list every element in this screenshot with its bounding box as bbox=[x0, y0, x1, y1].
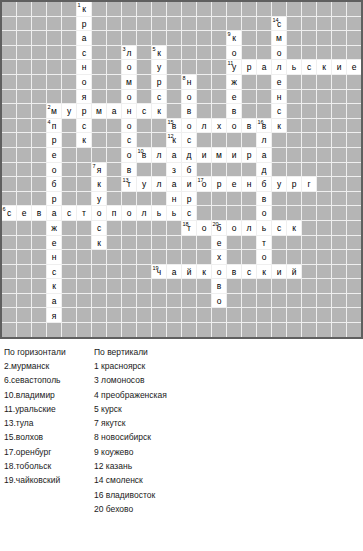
cell-letter: н bbox=[47, 251, 61, 264]
grid-cell[interactable]: к bbox=[77, 133, 91, 147]
grid-cell[interactable]: р bbox=[77, 17, 91, 31]
grid-cell[interactable]: а bbox=[167, 148, 181, 162]
grid-cell[interactable]: л bbox=[152, 148, 166, 162]
grid-cell[interactable]: е bbox=[272, 75, 286, 89]
blocked-cell bbox=[2, 265, 16, 279]
grid-cell[interactable]: р bbox=[77, 104, 91, 118]
grid-cell[interactable]: о bbox=[122, 60, 136, 74]
grid-cell[interactable]: а bbox=[167, 265, 181, 279]
blocked-cell bbox=[182, 308, 196, 322]
cell-letter: р bbox=[212, 178, 226, 191]
blocked-cell bbox=[332, 46, 346, 60]
cell-letter: а bbox=[47, 207, 61, 220]
grid-cell[interactable]: е bbox=[347, 60, 361, 74]
blocked-cell bbox=[242, 206, 256, 220]
grid-cell[interactable]: 8н bbox=[182, 75, 196, 89]
blocked-cell bbox=[62, 46, 76, 60]
blocked-cell bbox=[272, 148, 286, 162]
grid-cell[interactable]: м bbox=[272, 31, 286, 45]
blocked-cell bbox=[242, 46, 256, 60]
blocked-cell bbox=[287, 90, 301, 104]
grid-cell[interactable]: в bbox=[257, 192, 271, 206]
grid-cell[interactable]: с bbox=[272, 104, 286, 118]
grid-cell[interactable]: в bbox=[242, 119, 256, 133]
grid-cell[interactable]: о bbox=[272, 46, 286, 60]
blocked-cell bbox=[347, 192, 361, 206]
grid-cell[interactable]: т bbox=[257, 236, 271, 250]
cell-letter: ч bbox=[152, 266, 166, 279]
cell-letter: а bbox=[107, 105, 121, 118]
grid-cell[interactable]: р bbox=[212, 177, 226, 191]
grid-cell[interactable]: с bbox=[272, 221, 286, 235]
grid-cell[interactable]: 19ч bbox=[152, 265, 166, 279]
blocked-cell bbox=[287, 17, 301, 31]
grid-cell[interactable]: а bbox=[47, 206, 61, 220]
blocked-cell bbox=[332, 279, 346, 293]
grid-cell[interactable]: р bbox=[47, 133, 61, 147]
clue-item: 20 бехово bbox=[94, 502, 214, 516]
grid-cell[interactable]: и bbox=[227, 148, 241, 162]
grid-cell[interactable]: р bbox=[47, 192, 61, 206]
grid-cell[interactable]: й bbox=[182, 265, 196, 279]
blocked-cell bbox=[347, 308, 361, 322]
blocked-cell bbox=[182, 17, 196, 31]
grid-cell[interactable]: ь bbox=[257, 221, 271, 235]
grid-cell[interactable]: 4п bbox=[47, 119, 61, 133]
blocked-cell bbox=[62, 177, 76, 191]
blocked-cell bbox=[332, 148, 346, 162]
cell-letter: к bbox=[167, 134, 181, 147]
cell-letter: о bbox=[122, 61, 136, 74]
cell-letter: я bbox=[47, 309, 61, 322]
grid-cell[interactable]: 2м bbox=[47, 104, 61, 118]
cell-letter: о bbox=[197, 222, 211, 235]
blocked-cell bbox=[107, 17, 121, 31]
grid-cell[interactable]: о bbox=[122, 206, 136, 220]
blocked-cell bbox=[17, 148, 31, 162]
grid-cell[interactable]: е bbox=[227, 90, 241, 104]
cell-letter: о bbox=[257, 251, 271, 264]
cell-letter: х bbox=[212, 251, 226, 264]
cell-letter: у bbox=[62, 105, 76, 118]
grid-cell[interactable]: и bbox=[332, 60, 346, 74]
grid-cell[interactable]: 11у bbox=[227, 60, 241, 74]
grid-cell[interactable]: н bbox=[47, 250, 61, 264]
blocked-cell bbox=[332, 294, 346, 308]
grid-cell[interactable]: в bbox=[122, 163, 136, 177]
grid-cell[interactable]: с bbox=[182, 206, 196, 220]
cell-letter: е bbox=[47, 149, 61, 162]
blocked-cell bbox=[137, 236, 151, 250]
grid-cell[interactable]: о bbox=[182, 119, 196, 133]
cell-letter: в bbox=[137, 149, 151, 162]
blocked-cell bbox=[272, 2, 286, 16]
blocked-cell bbox=[197, 323, 211, 337]
grid-cell[interactable]: 6с bbox=[2, 206, 16, 220]
grid-cell[interactable]: с bbox=[62, 206, 76, 220]
cell-letter: т bbox=[182, 222, 196, 235]
blocked-cell bbox=[242, 308, 256, 322]
clue-item: 19.чайковский bbox=[4, 473, 84, 487]
clue-item: 14 смоленск bbox=[94, 473, 214, 487]
grid-cell[interactable]: л bbox=[137, 206, 151, 220]
grid-cell[interactable]: м bbox=[212, 148, 226, 162]
grid-cell[interactable]: в bbox=[212, 279, 226, 293]
grid-cell[interactable]: в bbox=[32, 206, 46, 220]
clue-item: 4 преображенская bbox=[94, 388, 214, 402]
cell-letter: о bbox=[77, 76, 91, 89]
blocked-cell bbox=[272, 236, 286, 250]
blocked-cell bbox=[152, 308, 166, 322]
grid-cell[interactable]: к bbox=[257, 265, 271, 279]
grid-cell[interactable]: о bbox=[182, 90, 196, 104]
blocked-cell bbox=[272, 294, 286, 308]
grid-cell[interactable]: 10в bbox=[137, 148, 151, 162]
blocked-cell bbox=[212, 323, 226, 337]
grid-cell[interactable]: м bbox=[92, 104, 106, 118]
grid-cell[interactable]: о bbox=[92, 206, 106, 220]
grid-cell[interactable]: о bbox=[77, 75, 91, 89]
blocked-cell bbox=[32, 148, 46, 162]
grid-cell[interactable]: к bbox=[92, 236, 106, 250]
blocked-cell bbox=[47, 17, 61, 31]
blocked-cell bbox=[107, 119, 121, 133]
blocked-cell bbox=[242, 323, 256, 337]
cell-letter: х bbox=[212, 120, 226, 133]
grid-cell[interactable]: к bbox=[47, 279, 61, 293]
blocked-cell bbox=[2, 250, 16, 264]
blocked-cell bbox=[17, 90, 31, 104]
cell-letter: к bbox=[47, 280, 61, 293]
blocked-cell bbox=[17, 60, 31, 74]
blocked-cell bbox=[302, 46, 316, 60]
cell-letter: е bbox=[347, 61, 361, 74]
clue-item: 9 коужево bbox=[94, 445, 214, 459]
grid-cell[interactable]: о bbox=[197, 221, 211, 235]
grid-cell[interactable]: л bbox=[152, 177, 166, 191]
grid-cell[interactable]: б bbox=[47, 177, 61, 191]
grid-cell[interactable]: о bbox=[122, 148, 136, 162]
cell-letter: я bbox=[77, 91, 91, 104]
blocked-cell bbox=[317, 323, 331, 337]
blocked-cell bbox=[197, 90, 211, 104]
grid-cell[interactable]: я bbox=[77, 90, 91, 104]
grid-cell[interactable]: 20б bbox=[212, 221, 226, 235]
grid-cell[interactable]: и bbox=[272, 265, 286, 279]
blocked-cell bbox=[347, 236, 361, 250]
grid-cell[interactable]: е bbox=[47, 236, 61, 250]
grid-cell[interactable]: 13т bbox=[122, 177, 136, 191]
grid-cell[interactable]: а bbox=[257, 60, 271, 74]
blocked-cell bbox=[77, 323, 91, 337]
blocked-cell bbox=[347, 206, 361, 220]
blocked-cell bbox=[137, 17, 151, 31]
blocked-cell bbox=[47, 2, 61, 16]
grid-cell[interactable]: о bbox=[122, 90, 136, 104]
grid-cell[interactable]: х bbox=[212, 250, 226, 264]
blocked-cell bbox=[242, 279, 256, 293]
grid-cell[interactable]: у bbox=[137, 177, 151, 191]
blocked-cell bbox=[257, 17, 271, 31]
grid-cell[interactable]: у bbox=[62, 104, 76, 118]
grid-cell[interactable]: н bbox=[272, 90, 286, 104]
blocked-cell bbox=[107, 90, 121, 104]
grid-cell[interactable]: 15в bbox=[167, 119, 181, 133]
grid-cell[interactable]: л bbox=[257, 133, 271, 147]
cell-letter: а bbox=[167, 178, 181, 191]
clue-item: 5 курск bbox=[94, 402, 214, 416]
cell-letter: в bbox=[182, 105, 196, 118]
cell-letter: ь bbox=[287, 61, 301, 74]
grid-cell[interactable]: я bbox=[47, 308, 61, 322]
blocked-cell bbox=[287, 133, 301, 147]
grid-cell[interactable]: о bbox=[257, 250, 271, 264]
grid-cell[interactable]: н bbox=[167, 192, 181, 206]
grid-cell[interactable]: с bbox=[152, 90, 166, 104]
grid-cell[interactable]: у bbox=[152, 60, 166, 74]
cell-letter: о bbox=[92, 207, 106, 220]
blocked-cell bbox=[137, 294, 151, 308]
grid-cell[interactable]: о bbox=[47, 163, 61, 177]
blocked-cell bbox=[167, 323, 181, 337]
blocked-cell bbox=[212, 46, 226, 60]
grid-cell[interactable]: к bbox=[287, 221, 301, 235]
blocked-cell bbox=[2, 17, 16, 31]
grid-cell[interactable]: ж bbox=[227, 75, 241, 89]
blocked-cell bbox=[167, 90, 181, 104]
cell-letter: г bbox=[302, 178, 316, 191]
grid-cell[interactable]: ь bbox=[287, 60, 301, 74]
grid-cell[interactable]: о bbox=[212, 265, 226, 279]
cell-letter: с bbox=[47, 266, 61, 279]
grid-cell[interactable]: ь bbox=[167, 206, 181, 220]
blocked-cell bbox=[347, 46, 361, 60]
blocked-cell bbox=[17, 177, 31, 191]
cell-letter: к bbox=[257, 266, 271, 279]
blocked-cell bbox=[152, 2, 166, 16]
grid-cell[interactable]: в bbox=[227, 265, 241, 279]
grid-cell[interactable]: р bbox=[242, 60, 256, 74]
blocked-cell bbox=[302, 163, 316, 177]
grid-cell[interactable]: л bbox=[242, 221, 256, 235]
grid-cell[interactable]: с bbox=[92, 221, 106, 235]
blocked-cell bbox=[17, 119, 31, 133]
blocked-cell bbox=[17, 75, 31, 89]
grid-cell[interactable]: т bbox=[77, 206, 91, 220]
grid-cell[interactable]: с bbox=[302, 60, 316, 74]
grid-cell[interactable]: г bbox=[302, 177, 316, 191]
grid-cell[interactable]: у bbox=[92, 192, 106, 206]
grid-cell[interactable]: з bbox=[167, 163, 181, 177]
blocked-cell bbox=[242, 31, 256, 45]
grid-cell[interactable]: с bbox=[137, 104, 151, 118]
blocked-cell bbox=[332, 163, 346, 177]
grid-cell[interactable]: а bbox=[167, 177, 181, 191]
blocked-cell bbox=[317, 90, 331, 104]
blocked-cell bbox=[17, 2, 31, 16]
grid-cell[interactable]: и bbox=[197, 148, 211, 162]
cell-letter: м bbox=[212, 149, 226, 162]
grid-cell[interactable]: р bbox=[242, 148, 256, 162]
blocked-cell bbox=[77, 294, 91, 308]
grid-cell[interactable]: к bbox=[152, 104, 166, 118]
cell-letter: р bbox=[182, 193, 196, 206]
blocked-cell bbox=[302, 279, 316, 293]
grid-cell[interactable]: л bbox=[272, 60, 286, 74]
blocked-cell bbox=[287, 75, 301, 89]
grid-cell[interactable]: о bbox=[227, 46, 241, 60]
grid-cell[interactable]: н bbox=[122, 104, 136, 118]
grid-cell[interactable]: с bbox=[242, 265, 256, 279]
cell-letter: с bbox=[77, 47, 91, 60]
cell-letter: к bbox=[77, 134, 91, 147]
blocked-cell bbox=[212, 60, 226, 74]
grid-cell[interactable]: к bbox=[92, 177, 106, 191]
cell-letter: л bbox=[197, 120, 211, 133]
grid-cell[interactable]: в bbox=[182, 104, 196, 118]
grid-cell[interactable]: н bbox=[242, 177, 256, 191]
grid-cell[interactable]: м bbox=[122, 75, 136, 89]
blocked-cell bbox=[182, 46, 196, 60]
blocked-cell bbox=[242, 163, 256, 177]
grid-cell[interactable]: 18т bbox=[182, 221, 196, 235]
grid-cell[interactable]: 17о bbox=[197, 177, 211, 191]
cell-letter: к bbox=[152, 47, 166, 60]
grid-cell[interactable]: о bbox=[227, 221, 241, 235]
blocked-cell bbox=[257, 104, 271, 118]
grid-cell[interactable]: 12к bbox=[167, 133, 181, 147]
blocked-cell bbox=[62, 250, 76, 264]
blocked-cell bbox=[137, 192, 151, 206]
blocked-cell bbox=[32, 236, 46, 250]
blocked-cell bbox=[317, 31, 331, 45]
blocked-cell bbox=[272, 133, 286, 147]
blocked-cell bbox=[167, 46, 181, 60]
cell-letter: с bbox=[182, 134, 196, 147]
grid-cell[interactable]: 16в bbox=[257, 119, 271, 133]
grid-cell[interactable]: х bbox=[212, 119, 226, 133]
grid-cell[interactable]: к bbox=[272, 119, 286, 133]
grid-cell[interactable]: е bbox=[212, 236, 226, 250]
grid-cell[interactable]: о bbox=[227, 119, 241, 133]
grid-cell[interactable]: ж bbox=[47, 221, 61, 235]
blocked-cell bbox=[332, 323, 346, 337]
cell-letter: с bbox=[272, 105, 286, 118]
grid-cell[interactable]: р bbox=[287, 177, 301, 191]
blocked-cell bbox=[92, 279, 106, 293]
grid-cell[interactable]: 5к bbox=[152, 46, 166, 60]
grid-cell[interactable]: о bbox=[122, 119, 136, 133]
blocked-cell bbox=[332, 265, 346, 279]
grid-cell[interactable]: с bbox=[182, 133, 196, 147]
grid-cell[interactable]: е bbox=[227, 177, 241, 191]
grid-cell[interactable]: к bbox=[197, 265, 211, 279]
blocked-cell bbox=[317, 17, 331, 31]
grid-cell[interactable]: у bbox=[272, 177, 286, 191]
grid-cell[interactable]: в bbox=[227, 104, 241, 118]
blocked-cell bbox=[242, 2, 256, 16]
blocked-cell bbox=[77, 265, 91, 279]
blocked-cell bbox=[257, 46, 271, 60]
blocked-cell bbox=[2, 60, 16, 74]
grid-cell[interactable]: ь bbox=[152, 206, 166, 220]
blocked-cell bbox=[107, 323, 121, 337]
grid-cell[interactable]: 7я bbox=[92, 163, 106, 177]
blocked-cell bbox=[317, 308, 331, 322]
blocked-cell bbox=[122, 323, 136, 337]
blocked-cell bbox=[212, 75, 226, 89]
blocked-cell bbox=[32, 192, 46, 206]
blocked-cell bbox=[107, 250, 121, 264]
blocked-cell bbox=[32, 250, 46, 264]
grid-cell[interactable]: б bbox=[182, 163, 196, 177]
cell-letter: с bbox=[272, 18, 286, 31]
blocked-cell bbox=[182, 279, 196, 293]
grid-cell[interactable]: й bbox=[287, 265, 301, 279]
blocked-cell bbox=[182, 2, 196, 16]
grid-cell[interactable]: а bbox=[47, 294, 61, 308]
grid-cell[interactable]: 1к bbox=[77, 2, 91, 16]
grid-cell[interactable]: с bbox=[77, 46, 91, 60]
grid-cell[interactable]: н bbox=[77, 60, 91, 74]
grid-cell[interactable]: п bbox=[107, 206, 121, 220]
clue-item: 7 якутск bbox=[94, 416, 214, 430]
grid-cell[interactable]: с bbox=[47, 265, 61, 279]
grid-cell[interactable]: с bbox=[122, 133, 136, 147]
blocked-cell bbox=[197, 250, 211, 264]
grid-cell[interactable]: р bbox=[152, 75, 166, 89]
grid-cell[interactable]: е bbox=[47, 148, 61, 162]
blocked-cell bbox=[152, 221, 166, 235]
grid-cell[interactable]: л bbox=[197, 119, 211, 133]
grid-cell[interactable]: а bbox=[257, 148, 271, 162]
blocked-cell bbox=[2, 294, 16, 308]
grid-cell[interactable]: 3л bbox=[122, 46, 136, 60]
blocked-cell bbox=[272, 279, 286, 293]
grid-cell[interactable]: и bbox=[182, 177, 196, 191]
blocked-cell bbox=[17, 250, 31, 264]
grid-cell[interactable]: к bbox=[317, 60, 331, 74]
cell-letter: р bbox=[242, 61, 256, 74]
blocked-cell bbox=[2, 163, 16, 177]
blocked-cell bbox=[122, 308, 136, 322]
grid-cell[interactable]: д bbox=[257, 163, 271, 177]
grid-cell[interactable]: 14с bbox=[272, 17, 286, 31]
blocked-cell bbox=[347, 265, 361, 279]
grid-cell[interactable]: е bbox=[17, 206, 31, 220]
blocked-cell bbox=[302, 17, 316, 31]
blocked-cell bbox=[302, 206, 316, 220]
grid-cell[interactable]: 9к bbox=[227, 31, 241, 45]
blocked-cell bbox=[227, 17, 241, 31]
grid-cell[interactable]: о bbox=[212, 294, 226, 308]
grid-cell[interactable]: а bbox=[77, 31, 91, 45]
grid-cell[interactable]: д bbox=[182, 148, 196, 162]
blocked-cell bbox=[332, 17, 346, 31]
grid-cell[interactable]: р bbox=[182, 192, 196, 206]
grid-cell[interactable]: б bbox=[257, 177, 271, 191]
blocked-cell bbox=[17, 308, 31, 322]
blocked-cell bbox=[347, 163, 361, 177]
grid-cell[interactable]: о bbox=[257, 206, 271, 220]
blocked-cell bbox=[317, 279, 331, 293]
blocked-cell bbox=[287, 163, 301, 177]
blocked-cell bbox=[227, 236, 241, 250]
blocked-cell bbox=[107, 221, 121, 235]
grid-cell[interactable]: с bbox=[77, 119, 91, 133]
grid-cell[interactable]: а bbox=[107, 104, 121, 118]
blocked-cell bbox=[272, 308, 286, 322]
